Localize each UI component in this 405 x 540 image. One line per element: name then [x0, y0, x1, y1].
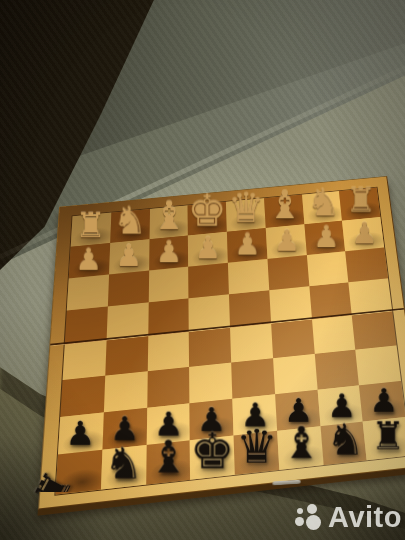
square-e7: ♟	[190, 398, 234, 440]
square-h3	[67, 274, 109, 311]
square-f6	[147, 367, 190, 408]
square-b3	[306, 251, 348, 287]
square-d2: ♟	[227, 228, 267, 263]
square-h5	[63, 340, 107, 380]
square-g5	[105, 336, 148, 375]
square-c3	[267, 255, 309, 291]
square-g4	[106, 303, 148, 341]
piece-black-r-a8: ♜	[343, 417, 405, 456]
square-c1: ♝	[264, 195, 304, 228]
square-g3	[108, 270, 149, 306]
piece-black-p-c7: ♟	[254, 394, 344, 427]
square-a6	[355, 345, 401, 385]
square-g2: ♟	[109, 239, 149, 274]
watermark-text: Avito	[328, 501, 402, 534]
square-b6	[314, 349, 359, 389]
couch-seat	[0, 0, 405, 540]
square-g7: ♟	[102, 407, 147, 450]
square-f3	[148, 266, 188, 302]
square-g6	[104, 371, 148, 412]
square-c8: ♝	[277, 426, 323, 470]
square-a1: ♜	[339, 188, 380, 221]
square-h8: ♜	[56, 450, 103, 495]
square-b2: ♟	[304, 220, 345, 254]
couch-backrest-shade	[0, 0, 405, 540]
piece-white-p-a2: ♟	[324, 218, 405, 248]
board-scene: ♜♞♝♚♛♝♞♜♟♟♟♟♟♟♟♟♟♟♟♟♟♟♟♟♜♞♝♚♛♝♞♜	[0, 0, 405, 540]
square-b1: ♞	[302, 191, 343, 224]
square-e6	[189, 362, 232, 403]
square-a3	[345, 247, 388, 282]
piece-black-n-b8: ♞	[299, 418, 390, 461]
piece-white-p-d2: ♟	[207, 229, 288, 259]
piece-white-b-f1: ♝	[128, 197, 208, 236]
square-d3	[228, 259, 269, 295]
couch-front-fabric	[0, 0, 405, 540]
piece-white-b-c1: ♝	[245, 186, 325, 225]
square-e5	[189, 328, 231, 367]
piece-black-p-a7: ♟	[340, 385, 405, 418]
piece-black-r-h8: ♜	[15, 439, 93, 539]
square-b5	[312, 315, 356, 353]
square-e3	[188, 262, 229, 298]
square-f1: ♝	[149, 205, 188, 239]
piece-white-p-b2: ♟	[285, 222, 366, 252]
avito-watermark: Avito	[294, 501, 402, 534]
square-a8: ♜	[363, 417, 405, 460]
piece-black-b-f8: ♝	[122, 436, 214, 481]
chess-board-grid: ♜♞♝♚♛♝♞♜♟♟♟♟♟♟♟♟♟♟♟♟♟♟♟♟♜♞♝♚♛♝♞♜	[54, 187, 405, 496]
photo-chess-listing: ♜♞♝♚♛♝♞♜♟♟♟♟♟♟♟♟♟♟♟♟♟♟♟♟♜♞♝♚♛♝♞♜ Avito	[0, 0, 405, 540]
piece-white-n-b1: ♞	[283, 183, 363, 221]
piece-black-p-h7: ♟	[35, 417, 126, 450]
square-b8: ♞	[320, 422, 367, 465]
square-f7: ♟	[146, 403, 190, 445]
piece-black-p-b7: ♟	[297, 390, 386, 423]
piece-black-q-d8: ♛	[211, 424, 303, 471]
square-d5	[230, 324, 273, 363]
piece-black-b-c8: ♝	[255, 421, 346, 465]
square-d7: ♟	[232, 394, 277, 436]
square-g1: ♞	[110, 209, 150, 243]
square-c4	[269, 286, 312, 323]
square-d6	[231, 358, 275, 398]
square-e1: ♚	[188, 202, 227, 235]
fabric-texture	[0, 0, 405, 540]
square-f5	[147, 332, 189, 371]
square-e8: ♚	[190, 436, 235, 480]
couch-seat-highlight	[0, 0, 405, 540]
piece-black-p-e7: ♟	[167, 403, 257, 436]
piece-white-p-c2: ♟	[246, 225, 327, 255]
couch-armrest-shadow	[0, 0, 405, 540]
square-c2: ♟	[265, 224, 306, 258]
board-cast-shadow	[0, 0, 405, 540]
couch-seam-piping	[0, 53, 405, 265]
square-c6	[273, 354, 317, 394]
piece-black-p-d7: ♟	[210, 399, 300, 432]
piece-white-p-e2: ♟	[167, 233, 249, 263]
square-g8: ♞	[101, 445, 147, 489]
square-f2: ♟	[149, 235, 189, 270]
square-a7: ♟	[359, 380, 405, 421]
square-f8: ♝	[146, 441, 191, 485]
square-c7: ♟	[275, 389, 320, 431]
piece-white-p-g2: ♟	[88, 241, 170, 271]
square-e2: ♟	[188, 232, 228, 267]
photo-vignette	[0, 0, 405, 540]
square-h2: ♟	[69, 243, 110, 278]
piece-black-p-f7: ♟	[123, 408, 213, 441]
piece-black-n-g8: ♞	[77, 442, 169, 486]
square-a5	[352, 311, 397, 349]
piece-white-p-h2: ♟	[48, 244, 130, 274]
chess-board: ♜♞♝♚♛♝♞♜♟♟♟♟♟♟♟♟♟♟♟♟♟♟♟♟♜♞♝♚♛♝♞♜	[38, 176, 405, 510]
square-f4	[148, 298, 189, 336]
square-h6	[60, 375, 105, 416]
piece-black-p-g7: ♟	[79, 413, 169, 446]
square-h4	[65, 307, 108, 345]
square-h7: ♟	[58, 412, 104, 455]
piece-white-r-a1: ♜	[321, 183, 400, 217]
square-b7: ♟	[317, 385, 363, 427]
piece-white-k-e1: ♚	[167, 188, 247, 232]
square-d4	[229, 290, 271, 327]
square-e4	[189, 294, 230, 331]
square-d8: ♛	[234, 431, 280, 475]
couch-backrest	[0, 0, 405, 540]
piece-white-p-f2: ♟	[128, 237, 210, 267]
square-c5	[271, 319, 314, 358]
square-a2: ♟	[342, 217, 384, 251]
piece-black-k-e8: ♚	[167, 425, 259, 475]
piece-white-q-d1: ♛	[206, 188, 286, 229]
corner-shadow-left	[0, 0, 405, 540]
flash-glare	[39, 176, 405, 508]
avito-logo-icon	[294, 503, 324, 533]
corner-shadow-right	[0, 0, 405, 540]
square-b4	[309, 283, 352, 320]
square-a4	[349, 279, 393, 316]
square-d1: ♛	[226, 198, 266, 231]
